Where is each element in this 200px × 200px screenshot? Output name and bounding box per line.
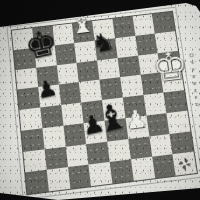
square-e5 <box>99 77 122 100</box>
square-c5 <box>59 82 82 105</box>
square-d2 <box>86 141 110 165</box>
square-f8 <box>112 16 135 38</box>
square-c3 <box>63 123 86 146</box>
square-e7: ♞ <box>95 38 118 60</box>
square-h5: ♚ <box>161 70 184 92</box>
square-e1 <box>110 160 134 184</box>
square-a7 <box>14 48 36 70</box>
square-a4 <box>19 107 42 130</box>
compass-rose-stamp-icon <box>177 156 192 171</box>
square-a3 <box>21 128 44 151</box>
square-d3: ♟ <box>84 120 107 143</box>
square-f6 <box>117 55 140 77</box>
square-b1 <box>46 167 69 191</box>
square-c4 <box>61 102 84 125</box>
square-a6 <box>15 67 37 89</box>
square-f4 <box>123 95 146 118</box>
square-h7 <box>155 31 178 53</box>
square-d8: ♝ <box>72 21 94 43</box>
square-e2 <box>107 139 131 163</box>
square-h2 <box>170 131 194 154</box>
square-d5 <box>79 80 102 103</box>
square-b6 <box>36 65 59 87</box>
square-a8 <box>12 28 34 50</box>
square-d1 <box>89 162 113 186</box>
square-c7 <box>54 43 77 65</box>
square-e8 <box>92 19 115 41</box>
square-a2 <box>23 149 46 173</box>
square-h6 <box>158 50 181 72</box>
square-h8 <box>152 12 175 34</box>
chess-board: ♝♚♞♟♚♟♝♟ <box>11 11 198 196</box>
square-g4 <box>143 93 166 116</box>
square-g5 <box>140 73 163 96</box>
square-f5 <box>120 75 143 98</box>
square-e3: ♝ <box>105 118 128 141</box>
photo-paper: ♝♚♞♟♚♟♝♟ Очевидец <box>0 0 200 200</box>
square-e6 <box>97 58 120 80</box>
square-a1 <box>25 170 48 194</box>
square-c2 <box>65 144 88 168</box>
square-b3 <box>42 125 65 148</box>
square-c6 <box>56 62 79 84</box>
square-h4 <box>164 90 188 113</box>
square-g2 <box>149 133 173 157</box>
square-g3 <box>146 113 170 136</box>
square-a5 <box>17 87 40 110</box>
square-b2 <box>44 146 67 170</box>
square-f3: ♟ <box>125 115 149 138</box>
square-b5: ♟ <box>38 85 61 108</box>
square-c8 <box>52 23 74 45</box>
square-f1 <box>131 157 155 181</box>
square-c1 <box>68 165 92 189</box>
square-b4 <box>40 105 63 128</box>
square-h3 <box>167 110 191 133</box>
square-d4 <box>81 100 104 123</box>
square-d7 <box>74 40 97 62</box>
square-h1 <box>173 152 197 176</box>
newspaper-photo: ♝♚♞♟♚♟♝♟ Очевидец <box>0 0 200 200</box>
square-f2 <box>128 136 152 160</box>
square-g8 <box>132 14 155 36</box>
square-e4 <box>102 98 125 121</box>
square-f7 <box>115 36 138 58</box>
square-d6 <box>77 60 100 82</box>
square-b8 <box>32 26 54 48</box>
square-g1 <box>152 154 176 178</box>
square-g6 <box>138 53 161 75</box>
square-g7 <box>135 33 158 55</box>
square-b7: ♚ <box>34 45 56 67</box>
